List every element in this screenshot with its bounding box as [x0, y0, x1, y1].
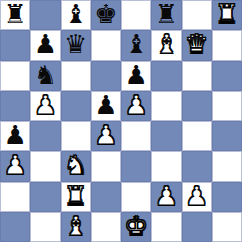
square-a2[interactable]	[0, 182, 30, 212]
square-f6[interactable]	[151, 61, 181, 91]
square-b5[interactable]: ♟	[30, 91, 60, 121]
square-d2[interactable]	[91, 182, 121, 212]
square-d5[interactable]: ♟	[91, 91, 121, 121]
piece-white-rook: ♜	[64, 183, 87, 209]
square-f7[interactable]: ♝	[151, 30, 181, 60]
square-g5[interactable]	[182, 91, 212, 121]
square-c2[interactable]: ♜	[61, 182, 91, 212]
piece-black-bishop: ♝	[124, 31, 147, 57]
square-h5[interactable]	[212, 91, 242, 121]
square-e8[interactable]	[121, 0, 151, 30]
square-c6[interactable]	[61, 61, 91, 91]
piece-black-pawn: ♟	[94, 92, 117, 118]
square-a5[interactable]	[0, 91, 30, 121]
square-b3[interactable]	[30, 151, 60, 181]
piece-white-bishop: ♝	[155, 31, 178, 57]
square-f8[interactable]: ♜	[151, 0, 181, 30]
square-e1[interactable]: ♚	[121, 212, 151, 242]
square-g1[interactable]	[182, 212, 212, 242]
piece-white-pawn: ♟	[3, 152, 26, 178]
square-a4[interactable]: ♟	[0, 121, 30, 151]
square-a8[interactable]: ♜	[0, 0, 30, 30]
piece-white-bishop: ♝	[64, 213, 87, 239]
square-a1[interactable]	[0, 212, 30, 242]
square-h4[interactable]	[212, 121, 242, 151]
piece-white-pawn: ♟	[155, 183, 178, 209]
square-h8[interactable]: ♜	[212, 0, 242, 30]
square-e2[interactable]	[121, 182, 151, 212]
piece-white-pawn: ♟	[34, 92, 57, 118]
square-g3[interactable]	[182, 151, 212, 181]
square-e4[interactable]	[121, 121, 151, 151]
piece-white-pawn: ♟	[185, 183, 208, 209]
square-d6[interactable]	[91, 61, 121, 91]
square-b8[interactable]	[30, 0, 60, 30]
square-g6[interactable]	[182, 61, 212, 91]
square-g7[interactable]: ♛	[182, 30, 212, 60]
square-c4[interactable]	[61, 121, 91, 151]
piece-black-rook: ♜	[155, 1, 178, 27]
square-f4[interactable]	[151, 121, 181, 151]
square-h3[interactable]	[212, 151, 242, 181]
piece-white-pawn: ♟	[94, 122, 117, 148]
square-g8[interactable]	[182, 0, 212, 30]
square-c5[interactable]	[61, 91, 91, 121]
square-c8[interactable]: ♝	[61, 0, 91, 30]
piece-black-bishop: ♝	[64, 1, 87, 27]
square-a3[interactable]: ♟	[0, 151, 30, 181]
square-c3[interactable]: ♞	[61, 151, 91, 181]
piece-white-queen: ♛	[185, 31, 208, 57]
piece-white-rook: ♜	[215, 1, 238, 27]
square-d4[interactable]: ♟	[91, 121, 121, 151]
square-h7[interactable]	[212, 30, 242, 60]
chess-board: ♜♝♚♜♜♟♛♝♝♛♞♟♟♟♟♟♟♟♞♜♟♟♝♚	[0, 0, 242, 242]
square-a6[interactable]	[0, 61, 30, 91]
square-h1[interactable]	[212, 212, 242, 242]
piece-black-knight: ♞	[34, 62, 57, 88]
piece-black-pawn: ♟	[124, 62, 147, 88]
piece-black-pawn: ♟	[34, 31, 57, 57]
square-b2[interactable]	[30, 182, 60, 212]
piece-black-pawn: ♟	[3, 122, 26, 148]
piece-black-rook: ♜	[3, 1, 26, 27]
square-f1[interactable]	[151, 212, 181, 242]
square-e3[interactable]	[121, 151, 151, 181]
square-c7[interactable]: ♛	[61, 30, 91, 60]
square-f3[interactable]	[151, 151, 181, 181]
square-b1[interactable]	[30, 212, 60, 242]
square-d8[interactable]: ♚	[91, 0, 121, 30]
square-e6[interactable]: ♟	[121, 61, 151, 91]
piece-white-king: ♚	[124, 213, 147, 239]
square-g2[interactable]: ♟	[182, 182, 212, 212]
square-h6[interactable]	[212, 61, 242, 91]
square-f5[interactable]	[151, 91, 181, 121]
piece-white-pawn: ♟	[124, 92, 147, 118]
piece-white-knight: ♞	[64, 152, 87, 178]
square-h2[interactable]	[212, 182, 242, 212]
square-g4[interactable]	[182, 121, 212, 151]
square-c1[interactable]: ♝	[61, 212, 91, 242]
square-d7[interactable]	[91, 30, 121, 60]
square-f2[interactable]: ♟	[151, 182, 181, 212]
square-d3[interactable]	[91, 151, 121, 181]
square-a7[interactable]	[0, 30, 30, 60]
square-e5[interactable]: ♟	[121, 91, 151, 121]
square-d1[interactable]	[91, 212, 121, 242]
piece-black-king: ♚	[94, 1, 117, 27]
square-e7[interactable]: ♝	[121, 30, 151, 60]
square-b7[interactable]: ♟	[30, 30, 60, 60]
square-b6[interactable]: ♞	[30, 61, 60, 91]
piece-black-queen: ♛	[64, 31, 87, 57]
square-b4[interactable]	[30, 121, 60, 151]
